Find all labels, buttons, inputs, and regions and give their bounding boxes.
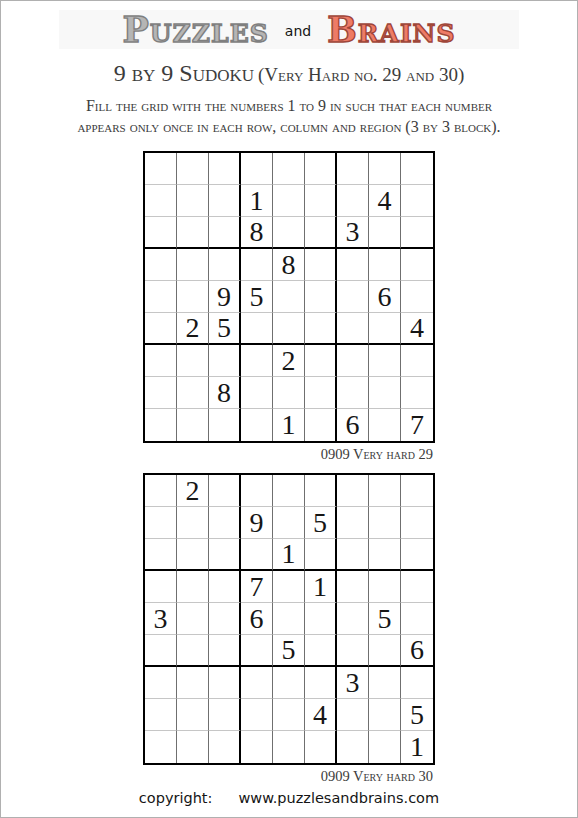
sudoku-29-cell-r2c7[interactable]	[337, 185, 369, 217]
sudoku-30-cell-r1c5[interactable]	[273, 475, 305, 507]
sudoku-30-cell-r3c9[interactable]	[401, 539, 433, 571]
sudoku-29-cell-r3c5[interactable]	[273, 217, 305, 249]
sudoku-29-cell-r7c7[interactable]	[337, 345, 369, 377]
sudoku-30-cell-r2c7[interactable]	[337, 507, 369, 539]
sudoku-29-cell-r3c1[interactable]	[145, 217, 177, 249]
sudoku-29-cell-r7c2[interactable]	[177, 345, 209, 377]
sudoku-30-cell-r5c9[interactable]	[401, 603, 433, 635]
sudoku-30-cell-r7c7[interactable]: 3	[337, 667, 369, 699]
sudoku-30-cell-r4c7[interactable]	[337, 571, 369, 603]
sudoku-30-cell-r1c2[interactable]: 2	[177, 475, 209, 507]
sudoku-29-cell-r8c6[interactable]	[305, 377, 337, 409]
sudoku-30-cell-r9c4[interactable]	[241, 731, 273, 763]
sudoku-30-cell-r6c4[interactable]	[241, 635, 273, 667]
sudoku-30-cell-r8c8[interactable]	[369, 699, 401, 731]
footer: copyright:www.puzzlesandbrains.com	[1, 790, 577, 806]
sudoku-29-cell-r5c9[interactable]	[401, 281, 433, 313]
sudoku-29-cell-r6c1[interactable]	[145, 313, 177, 345]
sudoku-29-cell-r8c3[interactable]: 8	[209, 377, 241, 409]
sudoku-29-cell-r7c6[interactable]	[305, 345, 337, 377]
sudoku-30-cell-r4c1[interactable]	[145, 571, 177, 603]
sudoku-29-cell-r9c9[interactable]: 7	[401, 409, 433, 441]
sudoku-30-cell-r1c7[interactable]	[337, 475, 369, 507]
sudoku-30-cell-r8c6[interactable]: 4	[305, 699, 337, 731]
sudoku-29-cell-r9c1[interactable]	[145, 409, 177, 441]
sudoku-30-cell-r2c5[interactable]	[273, 507, 305, 539]
sudoku-30-cell-r2c3[interactable]	[209, 507, 241, 539]
sudoku-30-cell-r8c1[interactable]	[145, 699, 177, 731]
sudoku-30-cell-r7c8[interactable]	[369, 667, 401, 699]
sudoku-29-cell-r1c5[interactable]	[273, 153, 305, 185]
sudoku-30-cell-r9c8[interactable]	[369, 731, 401, 763]
sudoku-29-cell-r5c6[interactable]	[305, 281, 337, 313]
sudoku-29-cell-r7c3[interactable]	[209, 345, 241, 377]
sudoku-29-cell-r6c6[interactable]	[305, 313, 337, 345]
copyright-label: copyright:	[139, 790, 213, 806]
sudoku-29-cell-r9c2[interactable]	[177, 409, 209, 441]
sudoku-29-cell-r4c8[interactable]	[369, 249, 401, 281]
sudoku-30-cell-r1c4[interactable]	[241, 475, 273, 507]
sudoku-30-cell-r9c2[interactable]	[177, 731, 209, 763]
sudoku-30-cell-r2c9[interactable]	[401, 507, 433, 539]
sudoku-29-cell-r7c4[interactable]	[241, 345, 273, 377]
sudoku-29-cell-r7c1[interactable]	[145, 345, 177, 377]
sudoku-29-cell-r2c3[interactable]	[209, 185, 241, 217]
sudoku-30-cell-r3c6[interactable]	[305, 539, 337, 571]
sudoku-30-cell-r5c2[interactable]	[177, 603, 209, 635]
sudoku-29-cell-r7c9[interactable]	[401, 345, 433, 377]
sudoku-30-cell-r6c6[interactable]	[305, 635, 337, 667]
sudoku-30-cell-r5c7[interactable]	[337, 603, 369, 635]
sudoku-30-cell-r4c5[interactable]	[273, 571, 305, 603]
sudoku-29-cell-r2c6[interactable]	[305, 185, 337, 217]
sudoku-30-cell-r7c6[interactable]	[305, 667, 337, 699]
sudoku-29-cell-r4c1[interactable]	[145, 249, 177, 281]
sudoku-29-cell-r6c7[interactable]	[337, 313, 369, 345]
sudoku-29-cell-r5c8[interactable]: 6	[369, 281, 401, 313]
sudoku-board-30: 295171365563451	[143, 473, 435, 765]
sudoku-29-cell-r9c4[interactable]	[241, 409, 273, 441]
sudoku-29-cell-r2c9[interactable]	[401, 185, 433, 217]
sudoku-29-cell-r1c3[interactable]	[209, 153, 241, 185]
sudoku-30-cell-r7c2[interactable]	[177, 667, 209, 699]
sudoku-29-cell-r7c8[interactable]	[369, 345, 401, 377]
sudoku-30-cell-r4c6[interactable]: 1	[305, 571, 337, 603]
logo-banner: Puzzles and Brains	[59, 10, 519, 49]
sudoku-29-cell-r5c7[interactable]	[337, 281, 369, 313]
sudoku-29-cell-r9c3[interactable]	[209, 409, 241, 441]
sudoku-29-cell-r2c5[interactable]	[273, 185, 305, 217]
sudoku-29-cell-r4c6[interactable]	[305, 249, 337, 281]
sudoku-30-cell-r8c3[interactable]	[209, 699, 241, 731]
sudoku-board-29: 1483895625428167	[143, 151, 435, 443]
sudoku-30-cell-r8c5[interactable]	[273, 699, 305, 731]
sudoku-29-cell-r8c8[interactable]	[369, 377, 401, 409]
sudoku-30-cell-r2c2[interactable]	[177, 507, 209, 539]
sudoku-29-cell-r2c8[interactable]: 4	[369, 185, 401, 217]
sudoku-30-cell-r3c5[interactable]: 1	[273, 539, 305, 571]
sudoku-29-cell-r6c3[interactable]: 5	[209, 313, 241, 345]
sudoku-30-cell-r1c8[interactable]	[369, 475, 401, 507]
sudoku-29-cell-r6c9[interactable]: 4	[401, 313, 433, 345]
sudoku-29-cell-r1c8[interactable]	[369, 153, 401, 185]
sudoku-30-cell-r8c7[interactable]	[337, 699, 369, 731]
sudoku-30-cell-r6c1[interactable]	[145, 635, 177, 667]
sudoku-29-cell-r3c9[interactable]	[401, 217, 433, 249]
sudoku-29-cell-r9c8[interactable]	[369, 409, 401, 441]
sudoku-29-cell-r7c5[interactable]: 2	[273, 345, 305, 377]
sudoku-29-cell-r4c4[interactable]	[241, 249, 273, 281]
sudoku-29-cell-r8c1[interactable]	[145, 377, 177, 409]
sudoku-29-cell-r1c2[interactable]	[177, 153, 209, 185]
sudoku-30-cell-r8c2[interactable]	[177, 699, 209, 731]
page-title-suffix: (Very Hard no. 29 and 30)	[258, 64, 464, 85]
sudoku-30-cell-r5c5[interactable]	[273, 603, 305, 635]
sudoku-29-cell-r3c3[interactable]	[209, 217, 241, 249]
sudoku-29-cell-r8c4[interactable]	[241, 377, 273, 409]
sudoku-29-cell-r3c4[interactable]: 8	[241, 217, 273, 249]
sudoku-29-cell-r6c2[interactable]: 2	[177, 313, 209, 345]
sudoku-29-cell-r6c5[interactable]	[273, 313, 305, 345]
website-url: www.puzzlesandbrains.com	[238, 790, 439, 806]
sudoku-29-cell-r4c2[interactable]	[177, 249, 209, 281]
sudoku-29-cell-r9c7[interactable]: 6	[337, 409, 369, 441]
sudoku-29-cell-r5c5[interactable]	[273, 281, 305, 313]
sudoku-30-cell-r7c3[interactable]	[209, 667, 241, 699]
sudoku-30-cell-r1c1[interactable]	[145, 475, 177, 507]
sudoku-30-cell-r6c8[interactable]	[369, 635, 401, 667]
sudoku-29-cell-r2c4[interactable]: 1	[241, 185, 273, 217]
sudoku-30-cell-r6c7[interactable]	[337, 635, 369, 667]
sudoku-30-cell-r1c3[interactable]	[209, 475, 241, 507]
sudoku-30-cell-r9c9[interactable]: 1	[401, 731, 433, 763]
sudoku-29-cell-r2c2[interactable]	[177, 185, 209, 217]
board-caption-30: 0909 Very hard 30	[145, 768, 433, 784]
sudoku-30-cell-r5c4[interactable]: 6	[241, 603, 273, 635]
sudoku-29-cell-r4c7[interactable]	[337, 249, 369, 281]
sudoku-29-cell-r3c7[interactable]: 3	[337, 217, 369, 249]
sudoku-30-cell-r3c2[interactable]	[177, 539, 209, 571]
sudoku-29-cell-r8c5[interactable]	[273, 377, 305, 409]
sudoku-30-cell-r4c4[interactable]: 7	[241, 571, 273, 603]
logo-word-brains: Brains	[327, 12, 455, 47]
sudoku-30-cell-r2c4[interactable]: 9	[241, 507, 273, 539]
sudoku-30-cell-r2c8[interactable]	[369, 507, 401, 539]
sudoku-30-cell-r7c1[interactable]	[145, 667, 177, 699]
sudoku-29-cell-r1c7[interactable]	[337, 153, 369, 185]
page-title-main: 9 by 9 Sudoku	[114, 60, 254, 86]
sudoku-30-cell-r5c8[interactable]: 5	[369, 603, 401, 635]
worksheet-page: Puzzles and Brains 9 by 9 Sudoku (Very H…	[0, 0, 578, 818]
sudoku-29-cell-r8c2[interactable]	[177, 377, 209, 409]
sudoku-30-cell-r3c8[interactable]	[369, 539, 401, 571]
sudoku-30-cell-r8c9[interactable]: 5	[401, 699, 433, 731]
sudoku-29-cell-r8c9[interactable]	[401, 377, 433, 409]
sudoku-30-cell-r3c3[interactable]	[209, 539, 241, 571]
sudoku-29-cell-r1c4[interactable]	[241, 153, 273, 185]
sudoku-30-cell-r7c5[interactable]	[273, 667, 305, 699]
sudoku-29-cell-r4c3[interactable]	[209, 249, 241, 281]
sudoku-30-cell-r7c4[interactable]	[241, 667, 273, 699]
sudoku-29-cell-r3c2[interactable]	[177, 217, 209, 249]
sudoku-30-cell-r9c1[interactable]	[145, 731, 177, 763]
sudoku-30-cell-r2c6[interactable]: 5	[305, 507, 337, 539]
sudoku-30-cell-r2c1[interactable]	[145, 507, 177, 539]
sudoku-30-cell-r9c5[interactable]	[273, 731, 305, 763]
sudoku-30-cell-r6c3[interactable]	[209, 635, 241, 667]
logo-word-puzzles: Puzzles	[122, 12, 268, 47]
instructions-line2: appears only once in each row, column an…	[1, 116, 577, 137]
page-title: 9 by 9 Sudoku (Very Hard no. 29 and 30)	[1, 60, 577, 89]
sudoku-29-cell-r5c1[interactable]	[145, 281, 177, 313]
sudoku-29-cell-r5c4[interactable]: 5	[241, 281, 273, 313]
sudoku-29-cell-r4c9[interactable]	[401, 249, 433, 281]
sudoku-30-cell-r4c3[interactable]	[209, 571, 241, 603]
sudoku-29-cell-r5c2[interactable]	[177, 281, 209, 313]
sudoku-30-cell-r3c1[interactable]	[145, 539, 177, 571]
sudoku-30-cell-r5c1[interactable]: 3	[145, 603, 177, 635]
instructions: Fill the grid with the numbers 1 to 9 in…	[1, 95, 577, 137]
sudoku-30-cell-r4c8[interactable]	[369, 571, 401, 603]
sudoku-29-cell-r1c1[interactable]	[145, 153, 177, 185]
board-caption-29: 0909 Very hard 29	[145, 446, 433, 462]
sudoku-30-cell-r8c4[interactable]	[241, 699, 273, 731]
sudoku-29-cell-r9c5[interactable]: 1	[273, 409, 305, 441]
sudoku-30-cell-r9c3[interactable]	[209, 731, 241, 763]
sudoku-30-cell-r6c2[interactable]	[177, 635, 209, 667]
sudoku-29-cell-r4c5[interactable]: 8	[273, 249, 305, 281]
sudoku-30-cell-r7c9[interactable]	[401, 667, 433, 699]
sudoku-29-cell-r6c8[interactable]	[369, 313, 401, 345]
sudoku-30-cell-r4c2[interactable]	[177, 571, 209, 603]
sudoku-30-cell-r1c6[interactable]	[305, 475, 337, 507]
instructions-line1: Fill the grid with the numbers 1 to 9 in…	[1, 95, 577, 116]
sudoku-30-cell-r3c7[interactable]	[337, 539, 369, 571]
sudoku-30-cell-r1c9[interactable]	[401, 475, 433, 507]
sudoku-29-cell-r6c4[interactable]	[241, 313, 273, 345]
sudoku-29-cell-r3c6[interactable]	[305, 217, 337, 249]
sudoku-29-cell-r2c1[interactable]	[145, 185, 177, 217]
sudoku-30-cell-r3c4[interactable]	[241, 539, 273, 571]
sudoku-30-cell-r6c5[interactable]: 5	[273, 635, 305, 667]
sudoku-30-cell-r9c6[interactable]	[305, 731, 337, 763]
sudoku-30-cell-r4c9[interactable]	[401, 571, 433, 603]
logo-word-and: and	[285, 21, 311, 39]
sudoku-30-cell-r5c3[interactable]	[209, 603, 241, 635]
sudoku-29-cell-r1c6[interactable]	[305, 153, 337, 185]
sudoku-30-cell-r6c9[interactable]: 6	[401, 635, 433, 667]
sudoku-29-cell-r3c8[interactable]	[369, 217, 401, 249]
sudoku-30-cell-r5c6[interactable]	[305, 603, 337, 635]
sudoku-29-cell-r1c9[interactable]	[401, 153, 433, 185]
sudoku-29-cell-r5c3[interactable]: 9	[209, 281, 241, 313]
sudoku-30-cell-r9c7[interactable]	[337, 731, 369, 763]
sudoku-29-cell-r9c6[interactable]	[305, 409, 337, 441]
sudoku-29-cell-r8c7[interactable]	[337, 377, 369, 409]
